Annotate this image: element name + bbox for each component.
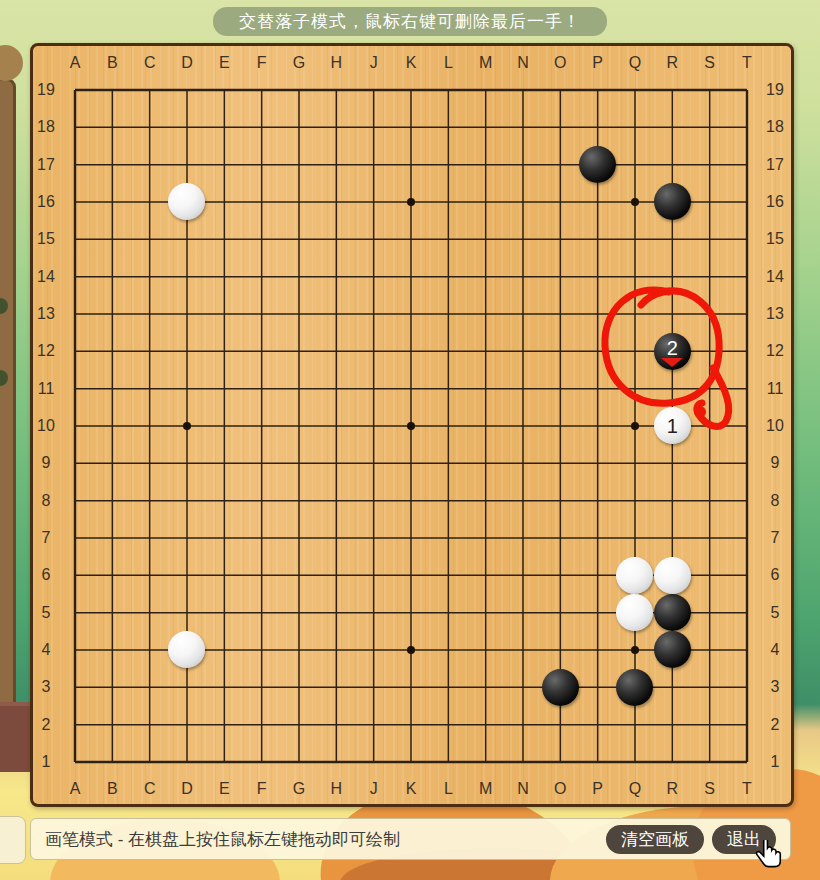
coordinate-label: 9 [771, 454, 780, 472]
coordinate-label: 4 [771, 641, 780, 659]
coordinate-label: A [70, 780, 81, 798]
coordinate-label: 17 [37, 156, 55, 174]
background-circle-decoration [0, 45, 23, 81]
coordinate-label: 13 [766, 305, 784, 323]
coordinate-label: F [257, 780, 267, 798]
mouse-cursor-pointer [754, 840, 782, 872]
coordinate-label: G [293, 780, 305, 798]
coordinate-label: 18 [37, 118, 55, 136]
clear-canvas-button[interactable]: 清空画板 [606, 825, 704, 854]
coordinate-label: K [406, 780, 417, 798]
coordinate-label: 4 [42, 641, 51, 659]
stone-white-R10[interactable]: 1 [654, 407, 691, 444]
coordinate-label: M [479, 54, 492, 72]
coordinate-label: 8 [771, 492, 780, 510]
stone-white-D4[interactable] [168, 631, 205, 668]
coordinate-label: 12 [37, 342, 55, 360]
coordinate-label: 10 [766, 417, 784, 435]
coordinate-label: Q [629, 780, 641, 798]
coordinate-label: C [144, 54, 156, 72]
coordinate-label: F [257, 54, 267, 72]
coordinate-label: R [667, 54, 679, 72]
go-board[interactable]: AABBCCDDEEFFGGHHJJKKLLMMNNOOPPQQRRSSTT19… [30, 43, 794, 807]
coordinate-label: E [219, 54, 230, 72]
coordinate-label: B [107, 780, 118, 798]
app-background: 交替落子模式，鼠标右键可删除最后一手！ AABBCCDDEEFFGGHHJJKK… [0, 0, 820, 880]
coordinate-label: 8 [42, 492, 51, 510]
move-number-label: 2 [667, 338, 678, 358]
mode-banner: 交替落子模式，鼠标右键可删除最后一手！ [213, 7, 607, 36]
partial-panel-edge [0, 816, 26, 864]
coordinate-label: 16 [37, 193, 55, 211]
stone-black-R4[interactable] [654, 631, 691, 668]
coordinate-label: 19 [37, 81, 55, 99]
coordinate-label: 3 [42, 678, 51, 696]
stone-black-P17[interactable] [579, 146, 616, 183]
coordinate-label: R [667, 780, 679, 798]
coordinate-label: 14 [37, 268, 55, 286]
coordinate-label: M [479, 780, 492, 798]
coordinate-label: 15 [766, 230, 784, 248]
coordinate-label: O [554, 780, 566, 798]
stone-white-Q5[interactable] [616, 594, 653, 631]
coordinate-label: J [370, 780, 378, 798]
coordinate-label: 15 [37, 230, 55, 248]
coordinate-label: D [181, 780, 193, 798]
coordinate-label: 6 [42, 566, 51, 584]
coordinate-label: H [331, 780, 343, 798]
coordinate-label: E [219, 780, 230, 798]
coordinate-label: J [370, 54, 378, 72]
coordinate-label: 2 [771, 716, 780, 734]
coordinate-label: 10 [37, 417, 55, 435]
coordinate-label: Q [629, 54, 641, 72]
move-number-label: 1 [667, 416, 678, 436]
coordinate-label: N [517, 780, 529, 798]
coordinate-label: 2 [42, 716, 51, 734]
coordinate-label: K [406, 54, 417, 72]
coordinate-label: H [331, 54, 343, 72]
coordinate-label: S [704, 54, 715, 72]
coordinate-label: 1 [42, 753, 51, 771]
coordinate-label: B [107, 54, 118, 72]
coordinate-label: O [554, 54, 566, 72]
coordinate-label: 1 [771, 753, 780, 771]
coordinate-label: S [704, 780, 715, 798]
coordinate-label: 7 [771, 529, 780, 547]
coordinate-label: 11 [767, 380, 784, 398]
stone-black-R12[interactable]: 2 [654, 333, 691, 370]
coordinate-label: 5 [771, 604, 780, 622]
coordinate-label: P [592, 54, 603, 72]
coordinate-label: 19 [766, 81, 784, 99]
stone-white-Q6[interactable] [616, 557, 653, 594]
coordinate-label: D [181, 54, 193, 72]
coordinate-label: 9 [42, 454, 51, 472]
stone-black-R16[interactable] [654, 183, 691, 220]
stone-black-R5[interactable] [654, 594, 691, 631]
coordinate-label: 7 [42, 529, 51, 547]
coordinate-label: 17 [766, 156, 784, 174]
last-move-marker-icon [661, 358, 683, 367]
coordinate-label: 18 [766, 118, 784, 136]
coordinate-label: T [742, 54, 752, 72]
coordinate-label: L [444, 54, 453, 72]
coordinate-label: 14 [766, 268, 784, 286]
tree-trunk-decoration [0, 78, 16, 714]
coordinate-label: 16 [766, 193, 784, 211]
stone-white-R6[interactable] [654, 557, 691, 594]
coordinate-label: P [592, 780, 603, 798]
coordinate-label: T [742, 780, 752, 798]
coordinate-label: C [144, 780, 156, 798]
coordinate-label: L [444, 780, 453, 798]
coordinate-label: G [293, 54, 305, 72]
stone-black-O3[interactable] [542, 669, 579, 706]
coordinate-label: N [517, 54, 529, 72]
coordinate-label: 13 [37, 305, 55, 323]
coordinate-label: 11 [38, 380, 55, 398]
coordinate-label: 3 [771, 678, 780, 696]
stone-black-Q3[interactable] [616, 669, 653, 706]
brush-toolbar: 画笔模式 - 在棋盘上按住鼠标左键拖动即可绘制 清空画板 退出 [30, 818, 791, 860]
stone-white-D16[interactable] [168, 183, 205, 220]
coordinate-label: 12 [766, 342, 784, 360]
coordinate-label: 5 [42, 604, 51, 622]
coordinate-label: A [70, 54, 81, 72]
brush-mode-status-text: 画笔模式 - 在棋盘上按住鼠标左键拖动即可绘制 [45, 828, 598, 851]
coordinate-label: 6 [771, 566, 780, 584]
